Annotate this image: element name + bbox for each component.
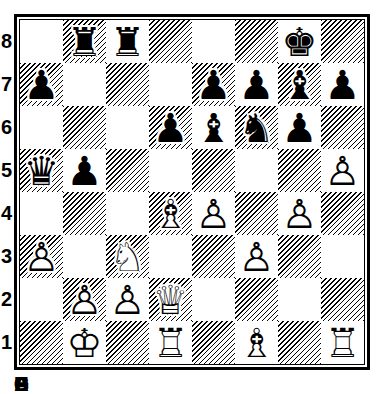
piece-glyph: ♖ [321,321,364,364]
piece-glyph: ♝ [192,106,235,149]
square-g6[interactable]: ♟♟ [278,106,321,149]
piece-glyph: ♗ [235,321,278,364]
square-d1[interactable]: ♜♖ [149,321,192,364]
square-a4[interactable] [20,192,63,235]
square-c3[interactable]: ♞♘ [106,235,149,278]
square-a6[interactable] [20,106,63,149]
rank-label-7: 7 [0,74,13,95]
square-a3[interactable]: ♟♙ [20,235,63,278]
white-queen-d2[interactable]: ♛♕ [149,278,192,321]
piece-glyph: ♙ [192,192,235,235]
square-a7[interactable]: ♟♟ [20,63,63,106]
square-d6[interactable]: ♟♟ [149,106,192,149]
square-e2[interactable] [192,278,235,321]
piece-glyph: ♟ [321,63,364,106]
square-d7[interactable] [149,63,192,106]
square-e5[interactable] [192,149,235,192]
black-rook-b8[interactable]: ♜♜ [63,20,106,63]
square-f7[interactable]: ♟♟ [235,63,278,106]
square-b4[interactable] [63,192,106,235]
black-knight-f6[interactable]: ♞♞ [235,106,278,149]
piece-glyph: ♖ [149,321,192,364]
square-e7[interactable]: ♟♟ [192,63,235,106]
square-h8[interactable] [321,20,364,63]
square-f5[interactable] [235,149,278,192]
file-label-h: H [0,374,43,394]
white-pawn-a3[interactable]: ♟♙ [20,235,63,278]
white-pawn-e4[interactable]: ♟♙ [192,192,235,235]
piece-glyph: ♜ [63,20,106,63]
square-e1[interactable] [192,321,235,364]
piece-glyph: ♚ [278,20,321,63]
square-g2[interactable] [278,278,321,321]
black-king-g8[interactable]: ♚♚ [278,20,321,63]
black-pawn-h7[interactable]: ♟♟ [321,63,364,106]
piece-glyph: ♙ [321,149,364,192]
white-pawn-b2[interactable]: ♟♙ [63,278,106,321]
piece-glyph: ♟ [278,106,321,149]
square-b7[interactable] [63,63,106,106]
square-f4[interactable] [235,192,278,235]
piece-glyph: ♙ [20,235,63,278]
square-g8[interactable]: ♚♚ [278,20,321,63]
rank-label-8: 8 [0,31,13,52]
piece-glyph: ♟ [192,63,235,106]
black-bishop-g7[interactable]: ♝♝ [278,63,321,106]
square-h4[interactable] [321,192,364,235]
square-c7[interactable] [106,63,149,106]
piece-glyph: ♙ [63,278,106,321]
square-c8[interactable]: ♜♜ [106,20,149,63]
square-f1[interactable]: ♝♗ [235,321,278,364]
rank-label-6: 6 [0,117,13,138]
piece-glyph: ♗ [149,192,192,235]
square-e8[interactable] [192,20,235,63]
rank-label-3: 3 [0,246,13,267]
white-pawn-g4[interactable]: ♟♙ [278,192,321,235]
square-d2[interactable]: ♛♕ [149,278,192,321]
square-e4[interactable]: ♟♙ [192,192,235,235]
square-h6[interactable] [321,106,364,149]
square-c2[interactable]: ♟♙ [106,278,149,321]
black-queen-a5[interactable]: ♛♛ [20,149,63,192]
square-d8[interactable] [149,20,192,63]
rank-label-5: 5 [0,160,13,181]
square-h2[interactable] [321,278,364,321]
square-b3[interactable] [63,235,106,278]
square-g4[interactable]: ♟♙ [278,192,321,235]
square-g7[interactable]: ♝♝ [278,63,321,106]
piece-glyph: ♙ [278,192,321,235]
square-b2[interactable]: ♟♙ [63,278,106,321]
square-a1[interactable] [20,321,63,364]
piece-glyph: ♙ [235,235,278,278]
square-c4[interactable] [106,192,149,235]
square-c1[interactable] [106,321,149,364]
square-f6[interactable]: ♞♞ [235,106,278,149]
square-g1[interactable] [278,321,321,364]
white-bishop-d4[interactable]: ♝♗ [149,192,192,235]
square-a2[interactable] [20,278,63,321]
square-c5[interactable] [106,149,149,192]
square-d5[interactable] [149,149,192,192]
white-pawn-h5[interactable]: ♟♙ [321,149,364,192]
square-b8[interactable]: ♜♜ [63,20,106,63]
square-a5[interactable]: ♛♛ [20,149,63,192]
piece-glyph: ♟ [20,63,63,106]
square-h5[interactable]: ♟♙ [321,149,364,192]
square-c6[interactable] [106,106,149,149]
square-b5[interactable]: ♟♟ [63,149,106,192]
white-bishop-f1[interactable]: ♝♗ [235,321,278,364]
piece-glyph: ♛ [20,149,63,192]
white-pawn-f3[interactable]: ♟♙ [235,235,278,278]
square-g5[interactable] [278,149,321,192]
piece-glyph: ♟ [235,63,278,106]
white-rook-d1[interactable]: ♜♖ [149,321,192,364]
rank-label-1: 1 [0,332,13,353]
board-frame: ♜♜♜♜♚♚♟♟♟♟♟♟♝♝♟♟♟♟♝♝♞♞♟♟♛♛♟♟♟♙♝♗♟♙♟♙♟♙♞♘… [14,14,370,370]
square-d3[interactable] [149,235,192,278]
square-b1[interactable]: ♚♔ [63,321,106,364]
piece-glyph: ♟ [149,106,192,149]
black-pawn-b5[interactable]: ♟♟ [63,149,106,192]
square-f3[interactable]: ♟♙ [235,235,278,278]
piece-glyph: ♟ [63,149,106,192]
black-pawn-f7[interactable]: ♟♟ [235,63,278,106]
square-b6[interactable] [63,106,106,149]
piece-glyph: ♔ [63,321,106,364]
chess-board: ♜♜♜♜♚♚♟♟♟♟♟♟♝♝♟♟♟♟♝♝♞♞♟♟♛♛♟♟♟♙♝♗♟♙♟♙♟♙♞♘… [19,19,365,365]
white-pawn-c2[interactable]: ♟♙ [106,278,149,321]
square-h1[interactable]: ♜♖ [321,321,364,364]
white-rook-h1[interactable]: ♜♖ [321,321,364,364]
square-g3[interactable] [278,235,321,278]
piece-glyph: ♕ [149,278,192,321]
rank-label-2: 2 [0,289,13,310]
piece-glyph: ♘ [106,235,149,278]
piece-glyph: ♞ [235,106,278,149]
black-pawn-e7[interactable]: ♟♟ [192,63,235,106]
square-f2[interactable] [235,278,278,321]
piece-glyph: ♝ [278,63,321,106]
black-pawn-a7[interactable]: ♟♟ [20,63,63,106]
square-d4[interactable]: ♝♗ [149,192,192,235]
square-e6[interactable]: ♝♝ [192,106,235,149]
square-e3[interactable] [192,235,235,278]
square-a8[interactable] [20,20,63,63]
piece-glyph: ♙ [106,278,149,321]
piece-glyph: ♜ [106,20,149,63]
black-rook-c8[interactable]: ♜♜ [106,20,149,63]
white-knight-c3[interactable]: ♞♘ [106,235,149,278]
white-king-b1[interactable]: ♚♔ [63,321,106,364]
black-pawn-g6[interactable]: ♟♟ [278,106,321,149]
chess-diagram: 8 7 6 5 4 3 2 1 ♜♜♜♜♚♚♟♟♟♟♟♟♝♝♟♟♟♟♝♝♞♞♟♟… [0,0,387,394]
black-bishop-e6[interactable]: ♝♝ [192,106,235,149]
black-pawn-d6[interactable]: ♟♟ [149,106,192,149]
square-f8[interactable] [235,20,278,63]
square-h3[interactable] [321,235,364,278]
square-h7[interactable]: ♟♟ [321,63,364,106]
rank-label-4: 4 [0,203,13,224]
